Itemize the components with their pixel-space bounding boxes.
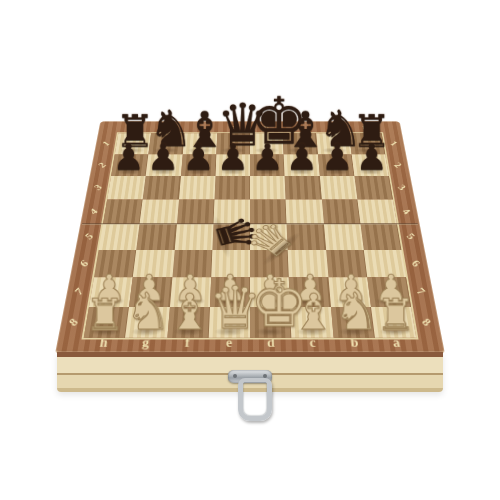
square-g4 bbox=[140, 199, 179, 224]
piece-stand: ♟ bbox=[319, 139, 354, 175]
light-knight-b8: ♞ bbox=[333, 286, 379, 337]
square-b5 bbox=[323, 224, 363, 250]
dark-pawn-c2: ♟ bbox=[286, 139, 318, 175]
square-g3 bbox=[143, 176, 181, 199]
square-b2: ♟ bbox=[318, 154, 355, 176]
square-b3 bbox=[319, 176, 357, 199]
square-g5 bbox=[136, 224, 176, 250]
square-c2: ♟ bbox=[284, 154, 320, 176]
light-knight-g8: ♞ bbox=[125, 286, 171, 337]
file-label-g: g bbox=[124, 336, 167, 350]
square-f3 bbox=[179, 176, 216, 199]
piece-stand: ♚ bbox=[250, 272, 292, 337]
square-d3 bbox=[250, 176, 286, 199]
piece-stand: ♝ bbox=[167, 288, 209, 337]
piece-stand: ♝ bbox=[292, 288, 334, 337]
file-label-a: a bbox=[374, 336, 418, 350]
light-bishop-c8: ♝ bbox=[292, 288, 336, 337]
piece-stand: ♞ bbox=[333, 286, 375, 337]
product-photo: hgfedcba hgfedcba 12345678 12345678 ♜♞♝♛… bbox=[0, 0, 500, 500]
square-g2: ♟ bbox=[146, 154, 183, 176]
square-e2: ♟ bbox=[215, 154, 250, 176]
square-f4 bbox=[177, 199, 215, 224]
piece-stand: ♛ bbox=[208, 278, 250, 337]
file-labels-near: hgfedcba bbox=[82, 336, 419, 350]
square-e3 bbox=[214, 176, 250, 199]
square-f2: ♟ bbox=[181, 154, 217, 176]
piece-stand: ♟ bbox=[146, 139, 181, 175]
file-label-c: c bbox=[291, 336, 334, 350]
clasp-ring-icon bbox=[238, 378, 272, 421]
square-g8: ♞ bbox=[125, 307, 169, 338]
light-bishop-f8: ♝ bbox=[167, 288, 211, 337]
file-label-f: f bbox=[166, 336, 209, 350]
square-b8: ♞ bbox=[330, 307, 374, 338]
square-c4 bbox=[286, 199, 324, 224]
square-d2: ♟ bbox=[250, 154, 285, 176]
dark-pawn-d2: ♟ bbox=[251, 139, 283, 175]
square-e8: ♛ bbox=[208, 307, 250, 338]
file-label-d: d bbox=[250, 336, 292, 350]
piece-stand: ♟ bbox=[250, 139, 285, 175]
file-label-b: b bbox=[333, 336, 376, 350]
dark-pawn-b2: ♟ bbox=[321, 139, 353, 175]
piece-stand: ♟ bbox=[181, 139, 216, 175]
square-b4 bbox=[321, 199, 360, 224]
piece-stand: ♟ bbox=[215, 139, 250, 175]
square-c3 bbox=[285, 176, 322, 199]
file-label-e: e bbox=[208, 336, 250, 350]
piece-stand: ♟ bbox=[285, 139, 320, 175]
chess-board: hgfedcba hgfedcba 12345678 12345678 ♜♞♝♛… bbox=[55, 121, 445, 354]
square-f8: ♝ bbox=[167, 307, 210, 338]
dark-pawn-f2: ♟ bbox=[182, 139, 214, 175]
piece-stand: ♞ bbox=[125, 286, 167, 337]
dark-pawn-g2: ♟ bbox=[147, 139, 179, 175]
square-d8: ♚ bbox=[250, 307, 292, 338]
dark-pawn-e2: ♟ bbox=[216, 139, 248, 175]
file-label-h: h bbox=[82, 336, 126, 350]
square-c8: ♝ bbox=[290, 307, 333, 338]
